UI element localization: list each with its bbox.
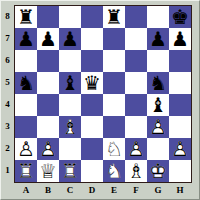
square-c2[interactable] [59, 138, 81, 160]
white-bishop[interactable]: ♝♗ [59, 116, 81, 138]
square-c5[interactable]: ♝ [59, 72, 81, 94]
rank-label-4: 4 [1, 93, 14, 115]
square-a1[interactable]: ♜♖ [15, 160, 37, 182]
square-f1[interactable]: ♝♗ [125, 160, 147, 182]
black-pawn[interactable]: ♟ [15, 28, 37, 50]
square-e3[interactable] [103, 116, 125, 138]
square-b4[interactable] [37, 94, 59, 116]
square-d4[interactable] [81, 94, 103, 116]
piece-outline-layer: ♗ [125, 160, 147, 182]
rank-label-2: 2 [1, 137, 14, 159]
square-a2[interactable]: ♟♙ [15, 138, 37, 160]
square-h1[interactable] [169, 160, 191, 182]
square-h5[interactable] [169, 72, 191, 94]
square-e1[interactable]: ♞♘ [103, 160, 125, 182]
piece-outline-layer: ♙ [15, 138, 37, 160]
white-pawn[interactable]: ♟♙ [147, 116, 169, 138]
chess-diagram: 87654321 ♜♜♚♟♟♟♟♟♞♝♛♞♝♝♗♟♙♟♙♟♙♞♘♟♙♟♙♜♖♛♕… [0, 0, 200, 200]
square-f3[interactable] [125, 116, 147, 138]
square-d6[interactable] [81, 50, 103, 72]
black-bishop[interactable]: ♝ [59, 72, 81, 94]
square-d7[interactable] [81, 28, 103, 50]
square-a3[interactable] [15, 116, 37, 138]
square-f7[interactable] [125, 28, 147, 50]
square-a7[interactable]: ♟ [15, 28, 37, 50]
rank-labels: 87654321 [1, 5, 14, 181]
rank-label-3: 3 [1, 115, 14, 137]
square-e5[interactable] [103, 72, 125, 94]
white-pawn[interactable]: ♟♙ [125, 138, 147, 160]
piece-outline-layer: ♘ [103, 138, 125, 160]
file-label-e: E [103, 184, 125, 197]
square-d2[interactable] [81, 138, 103, 160]
square-h4[interactable] [169, 94, 191, 116]
square-a6[interactable] [15, 50, 37, 72]
square-h2[interactable]: ♟♙ [169, 138, 191, 160]
square-e6[interactable] [103, 50, 125, 72]
piece-outline-layer: ♙ [37, 138, 59, 160]
rank-label-5: 5 [1, 71, 14, 93]
square-d1[interactable] [81, 160, 103, 182]
square-h8[interactable]: ♚ [169, 6, 191, 28]
black-pawn[interactable]: ♟ [59, 28, 81, 50]
square-e4[interactable] [103, 94, 125, 116]
piece-outline-layer: ♙ [125, 138, 147, 160]
rank-label-7: 7 [1, 27, 14, 49]
square-g6[interactable] [147, 50, 169, 72]
square-c6[interactable] [59, 50, 81, 72]
square-g5[interactable]: ♞ [147, 72, 169, 94]
square-a8[interactable]: ♜ [15, 6, 37, 28]
white-pawn[interactable]: ♟♙ [169, 138, 191, 160]
square-g8[interactable] [147, 6, 169, 28]
black-king[interactable]: ♚ [169, 6, 191, 28]
black-pawn[interactable]: ♟ [169, 28, 191, 50]
black-rook[interactable]: ♜ [15, 6, 37, 28]
white-queen[interactable]: ♛♕ [37, 160, 59, 182]
square-a4[interactable] [15, 94, 37, 116]
square-b8[interactable] [37, 6, 59, 28]
file-labels: ABCDEFGH [15, 184, 191, 197]
square-d5[interactable]: ♛ [81, 72, 103, 94]
piece-outline-layer: ♙ [169, 138, 191, 160]
file-label-f: F [125, 184, 147, 197]
square-d8[interactable] [81, 6, 103, 28]
rank-label-1: 1 [1, 159, 14, 181]
piece-outline-layer: ♕ [37, 160, 59, 182]
file-label-c: C [59, 184, 81, 197]
white-rook[interactable]: ♜♖ [59, 160, 81, 182]
square-b6[interactable] [37, 50, 59, 72]
square-b2[interactable]: ♟♙ [37, 138, 59, 160]
white-knight[interactable]: ♞♘ [103, 138, 125, 160]
square-g2[interactable] [147, 138, 169, 160]
square-c7[interactable]: ♟ [59, 28, 81, 50]
square-f6[interactable] [125, 50, 147, 72]
black-rook[interactable]: ♜ [103, 6, 125, 28]
white-king[interactable]: ♚♔ [147, 160, 169, 182]
rank-label-6: 6 [1, 49, 14, 71]
square-e8[interactable]: ♜ [103, 6, 125, 28]
file-label-h: H [169, 184, 191, 197]
square-c8[interactable] [59, 6, 81, 28]
square-f2[interactable]: ♟♙ [125, 138, 147, 160]
square-b7[interactable]: ♟ [37, 28, 59, 50]
square-h7[interactable]: ♟ [169, 28, 191, 50]
square-h3[interactable] [169, 116, 191, 138]
piece-outline-layer: ♖ [15, 160, 37, 182]
piece-outline-layer: ♗ [59, 116, 81, 138]
square-g1[interactable]: ♚♔ [147, 160, 169, 182]
square-e2[interactable]: ♞♘ [103, 138, 125, 160]
file-label-a: A [15, 184, 37, 197]
white-bishop[interactable]: ♝♗ [125, 160, 147, 182]
square-c3[interactable]: ♝♗ [59, 116, 81, 138]
piece-outline-layer: ♔ [147, 160, 169, 182]
black-pawn[interactable]: ♟ [37, 28, 59, 50]
square-c4[interactable] [59, 94, 81, 116]
square-h6[interactable] [169, 50, 191, 72]
square-g7[interactable]: ♟ [147, 28, 169, 50]
piece-outline-layer: ♖ [59, 160, 81, 182]
square-b5[interactable] [37, 72, 59, 94]
black-pawn[interactable]: ♟ [147, 28, 169, 50]
square-g4[interactable]: ♝ [147, 94, 169, 116]
piece-outline-layer: ♘ [103, 160, 125, 182]
square-f8[interactable] [125, 6, 147, 28]
square-d3[interactable] [81, 116, 103, 138]
square-e7[interactable] [103, 28, 125, 50]
square-c1[interactable]: ♜♖ [59, 160, 81, 182]
white-pawn[interactable]: ♟♙ [15, 138, 37, 160]
square-f4[interactable] [125, 94, 147, 116]
square-b1[interactable]: ♛♕ [37, 160, 59, 182]
black-knight[interactable]: ♞ [15, 72, 37, 94]
black-queen[interactable]: ♛ [81, 72, 103, 94]
white-pawn[interactable]: ♟♙ [37, 138, 59, 160]
black-knight[interactable]: ♞ [147, 72, 169, 94]
square-b3[interactable] [37, 116, 59, 138]
piece-outline-layer: ♙ [147, 116, 169, 138]
chess-board: ♜♜♚♟♟♟♟♟♞♝♛♞♝♝♗♟♙♟♙♟♙♞♘♟♙♟♙♜♖♛♕♜♖♞♘♝♗♚♔ [14, 5, 192, 183]
white-knight[interactable]: ♞♘ [103, 160, 125, 182]
white-rook[interactable]: ♜♖ [15, 160, 37, 182]
file-label-g: G [147, 184, 169, 197]
square-a5[interactable]: ♞ [15, 72, 37, 94]
square-f5[interactable] [125, 72, 147, 94]
black-bishop[interactable]: ♝ [147, 94, 169, 116]
square-g3[interactable]: ♟♙ [147, 116, 169, 138]
rank-label-8: 8 [1, 5, 14, 27]
file-label-d: D [81, 184, 103, 197]
file-label-b: B [37, 184, 59, 197]
